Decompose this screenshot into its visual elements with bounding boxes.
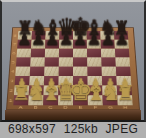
chess-board: 87654321 ABCDEFGH ♜♞♝♛♚♝♞♜♟♟♟♟♟♟♟♟♟♟♟♟♟♟…	[6, 27, 140, 110]
square-f3	[87, 76, 102, 86]
square-a4	[15, 67, 30, 76]
square-f1: ♝	[88, 95, 103, 105]
board-grid: ♜♞♝♛♚♝♞♜♟♟♟♟♟♟♟♟♟♟♟♟♟♟♟♟♜♞♝♛♚♝♞♜	[13, 31, 132, 105]
attachment-thumbnail[interactable]: 87654321 ABCDEFGH ♜♞♝♛♚♝♞♜♟♟♟♟♟♟♟♟♟♟♟♟♟♟…	[0, 0, 146, 138]
square-c6	[45, 48, 59, 57]
square-c3	[44, 76, 59, 86]
square-b5	[30, 57, 45, 66]
square-h3	[116, 76, 131, 86]
file-label-d: D	[58, 105, 73, 109]
square-g4	[102, 67, 117, 76]
square-d6	[59, 48, 73, 57]
square-e4	[73, 67, 87, 76]
square-b1: ♞	[28, 95, 43, 105]
square-a1: ♜	[13, 95, 28, 105]
square-a8: ♜	[18, 31, 32, 40]
file-label-c: C	[43, 105, 58, 109]
square-e3	[73, 76, 88, 86]
square-g6	[101, 48, 115, 57]
square-c4	[44, 67, 59, 76]
square-b2: ♟	[29, 85, 44, 95]
square-e6	[73, 48, 87, 57]
square-c5	[44, 57, 58, 66]
board-perspective-scene: 87654321 ABCDEFGH ♜♞♝♛♚♝♞♜♟♟♟♟♟♟♟♟♟♟♟♟♟♟…	[2, 2, 144, 120]
square-c8: ♝	[45, 31, 59, 40]
square-a2: ♟	[14, 85, 29, 95]
square-e1: ♚	[73, 95, 88, 105]
square-d2: ♟	[58, 85, 73, 95]
square-b7: ♟	[31, 40, 45, 49]
square-a3	[15, 76, 30, 86]
file-label-f: F	[88, 105, 103, 109]
square-c1: ♝	[43, 95, 58, 105]
square-g3	[102, 76, 117, 86]
square-a7: ♟	[17, 40, 31, 49]
square-b3	[29, 76, 44, 86]
square-h1: ♜	[117, 95, 132, 105]
square-f6	[87, 48, 101, 57]
square-f2: ♟	[88, 85, 103, 95]
square-g7: ♟	[101, 40, 115, 49]
file-label-a: A	[13, 105, 28, 109]
square-f7: ♟	[87, 40, 101, 49]
square-e5	[73, 57, 87, 66]
square-d7: ♟	[59, 40, 73, 49]
square-d4	[59, 67, 73, 76]
chess-screenshot: 87654321 ABCDEFGH ♜♞♝♛♚♝♞♜♟♟♟♟♟♟♟♟♟♟♟♟♟♟…	[0, 0, 146, 122]
square-f8: ♝	[87, 31, 101, 40]
square-a6	[17, 48, 32, 57]
square-g2: ♟	[102, 85, 117, 95]
square-b6	[31, 48, 45, 57]
square-d3	[58, 76, 73, 86]
square-h7: ♟	[114, 40, 128, 49]
square-h5	[115, 57, 130, 66]
square-d1: ♛	[58, 95, 73, 105]
file-label-b: B	[28, 105, 43, 109]
square-c7: ♟	[45, 40, 59, 49]
image-caption: 698x597 125kb JPEG	[0, 122, 146, 138]
square-a5	[16, 57, 31, 66]
board-front-edge	[5, 110, 141, 120]
square-c2: ♟	[43, 85, 58, 95]
square-g5	[101, 57, 116, 66]
square-h8: ♜	[114, 31, 128, 40]
square-g8: ♞	[100, 31, 114, 40]
square-b8: ♞	[32, 31, 46, 40]
square-h6	[115, 48, 130, 57]
square-b4	[30, 67, 45, 76]
file-labels: ABCDEFGH	[13, 105, 133, 109]
square-f4	[87, 67, 102, 76]
square-g1: ♞	[103, 95, 118, 105]
file-label-e: E	[73, 105, 88, 109]
square-d5	[59, 57, 73, 66]
square-f5	[87, 57, 101, 66]
square-e8: ♚	[73, 31, 87, 40]
square-e2: ♟	[73, 85, 88, 95]
file-label-h: H	[118, 105, 133, 109]
square-h2: ♟	[117, 85, 132, 95]
file-label-g: G	[103, 105, 118, 109]
square-h4	[116, 67, 131, 76]
square-d8: ♛	[59, 31, 73, 40]
square-e7: ♟	[73, 40, 87, 49]
